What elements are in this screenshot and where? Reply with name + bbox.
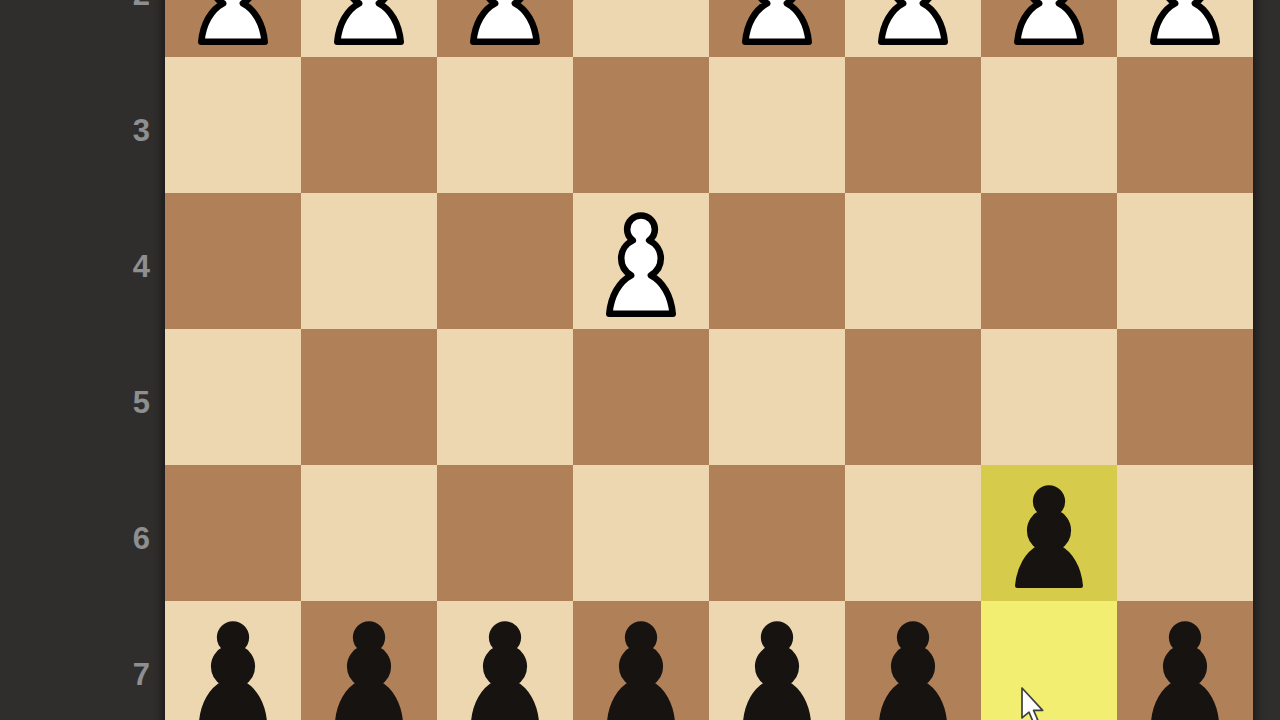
square-g2[interactable] — [301, 0, 437, 57]
square-f4[interactable] — [437, 193, 573, 329]
black-pawn[interactable] — [847, 603, 979, 720]
board-viewport: 234567 ♜♞♝♚♛♝♞♜♜♞♝♚♛♝♞♜ — [0, 0, 1280, 720]
square-c5[interactable] — [845, 329, 981, 465]
square-a7[interactable] — [1117, 601, 1253, 720]
square-c6[interactable] — [845, 465, 981, 601]
square-h7[interactable] — [165, 601, 301, 720]
square-c2[interactable] — [845, 0, 981, 57]
square-b2[interactable] — [981, 0, 1117, 57]
square-c4[interactable] — [845, 193, 981, 329]
square-a4[interactable] — [1117, 193, 1253, 329]
square-b7[interactable] — [981, 601, 1117, 720]
square-g7[interactable] — [301, 601, 437, 720]
white-pawn[interactable] — [303, 0, 435, 55]
square-g3[interactable] — [301, 57, 437, 193]
mouse-cursor — [1021, 687, 1047, 720]
square-a6[interactable] — [1117, 465, 1253, 601]
white-pawn[interactable] — [575, 195, 707, 327]
square-f2[interactable] — [437, 0, 573, 57]
square-a3[interactable] — [1117, 57, 1253, 193]
black-pawn[interactable] — [1119, 603, 1251, 720]
white-pawn[interactable] — [439, 0, 571, 55]
square-e6[interactable] — [573, 465, 709, 601]
square-e3[interactable] — [573, 57, 709, 193]
square-h6[interactable] — [165, 465, 301, 601]
white-pawn[interactable] — [711, 0, 843, 55]
square-e2[interactable] — [573, 0, 709, 57]
white-pawn[interactable] — [847, 0, 979, 55]
square-g6[interactable] — [301, 465, 437, 601]
black-pawn[interactable] — [303, 603, 435, 720]
square-c3[interactable] — [845, 57, 981, 193]
square-b6[interactable] — [981, 465, 1117, 601]
square-h5[interactable] — [165, 329, 301, 465]
square-h3[interactable] — [165, 57, 301, 193]
white-pawn[interactable] — [1119, 0, 1251, 55]
white-pawn[interactable] — [167, 0, 299, 55]
square-e4[interactable] — [573, 193, 709, 329]
square-e7[interactable] — [573, 601, 709, 720]
square-f5[interactable] — [437, 329, 573, 465]
square-b5[interactable] — [981, 329, 1117, 465]
rank-label-2: 2 — [90, 0, 150, 12]
rank-label-6: 6 — [90, 522, 150, 556]
square-b4[interactable] — [981, 193, 1117, 329]
square-b3[interactable] — [981, 57, 1117, 193]
square-f3[interactable] — [437, 57, 573, 193]
rank-label-3: 3 — [90, 114, 150, 148]
black-pawn[interactable] — [711, 603, 843, 720]
square-f7[interactable] — [437, 601, 573, 720]
square-d3[interactable] — [709, 57, 845, 193]
square-d5[interactable] — [709, 329, 845, 465]
rank-label-4: 4 — [90, 250, 150, 284]
black-pawn[interactable] — [575, 603, 707, 720]
square-h4[interactable] — [165, 193, 301, 329]
square-g5[interactable] — [301, 329, 437, 465]
black-pawn[interactable] — [983, 467, 1115, 599]
square-a5[interactable] — [1117, 329, 1253, 465]
black-pawn[interactable] — [167, 603, 299, 720]
rank-label-7: 7 — [90, 658, 150, 692]
black-pawn[interactable] — [439, 603, 571, 720]
square-c7[interactable] — [845, 601, 981, 720]
square-d2[interactable] — [709, 0, 845, 57]
square-d7[interactable] — [709, 601, 845, 720]
square-d6[interactable] — [709, 465, 845, 601]
square-f6[interactable] — [437, 465, 573, 601]
square-h2[interactable] — [165, 0, 301, 57]
square-d4[interactable] — [709, 193, 845, 329]
square-a2[interactable] — [1117, 0, 1253, 57]
square-g4[interactable] — [301, 193, 437, 329]
square-e5[interactable] — [573, 329, 709, 465]
chess-board[interactable]: ♜♞♝♚♛♝♞♜♜♞♝♚♛♝♞♜ — [165, 0, 1253, 720]
white-pawn[interactable] — [983, 0, 1115, 55]
rank-label-5: 5 — [90, 386, 150, 420]
